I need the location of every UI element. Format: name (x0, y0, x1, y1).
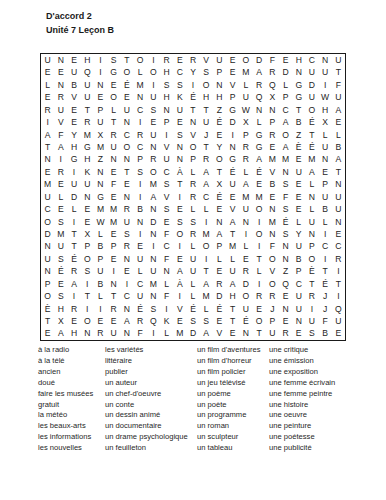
grid-cell: A (41, 129, 54, 141)
grid-cell: U (266, 328, 279, 340)
grid-cell: S (120, 228, 133, 240)
grid-cell: R (120, 203, 133, 215)
grid-cell: E (226, 54, 239, 66)
grid-cell: I (120, 278, 133, 290)
grid-cell: N (279, 253, 292, 265)
grid-cell: N (147, 203, 160, 215)
grid-cell: R (134, 129, 147, 141)
word-bank-item: un documentaire (105, 421, 188, 432)
grid-cell: T (332, 278, 345, 290)
grid-cell: É (213, 191, 226, 203)
grid-cell: A (120, 315, 133, 327)
grid-cell: S (54, 290, 67, 302)
grid-cell: É (186, 303, 199, 315)
grid-cell: I (81, 278, 94, 290)
grid-cell: U (107, 141, 120, 153)
grid-cell: I (200, 253, 213, 265)
grid-cell: N (292, 315, 305, 327)
grid-cell: N (266, 104, 279, 116)
grid-cell: T (120, 54, 133, 66)
grid-cell: E (279, 54, 292, 66)
grid-cell: O (41, 216, 54, 228)
grid-cell: N (160, 265, 173, 277)
grid-cell: N (120, 253, 133, 265)
grid-cell: U (213, 54, 226, 66)
grid-cell: L (41, 79, 54, 91)
grid-cell: U (120, 104, 133, 116)
grid-cell: F (319, 315, 332, 327)
grid-cell: L (134, 66, 147, 78)
grid-cell: J (319, 290, 332, 302)
grid-cell: E (120, 91, 133, 103)
grid-cell: B (94, 278, 107, 290)
grid-cell: C (120, 129, 133, 141)
word-bank-item: à la radio (38, 345, 93, 356)
grid-cell: D (41, 228, 54, 240)
word-bank-item: les informations (38, 432, 93, 443)
grid-cell: H (319, 104, 332, 116)
grid-cell: N (252, 104, 265, 116)
grid-cell: U (160, 153, 173, 165)
grid-cell: R (94, 328, 107, 340)
grid-cell: V (67, 91, 80, 103)
word-bank-item: littéraire (105, 356, 188, 367)
grid-cell: E (160, 216, 173, 228)
grid-cell: A (173, 265, 186, 277)
grid-cell: I (319, 253, 332, 265)
grid-cell: C (160, 241, 173, 253)
grid-cell: T (67, 228, 80, 240)
word-bank-item: un sculpteur (197, 432, 261, 443)
grid-cell: T (226, 315, 239, 327)
grid-cell: S (160, 79, 173, 91)
grid-cell: B (67, 79, 80, 91)
grid-cell: U (81, 79, 94, 91)
grid-cell: P (94, 253, 107, 265)
grid-cell: C (41, 203, 54, 215)
grid-cell: C (134, 104, 147, 116)
grid-cell: Y (292, 228, 305, 240)
grid-cell: I (160, 129, 173, 141)
grid-cell: N (41, 241, 54, 253)
grid-cell: G (252, 141, 265, 153)
grid-cell: M (266, 216, 279, 228)
grid-cell: Z (279, 265, 292, 277)
grid-cell: O (239, 290, 252, 302)
grid-cell: R (252, 79, 265, 91)
word-bank-item: un chef-d'oeuvre (105, 389, 188, 400)
grid-cell: S (173, 216, 186, 228)
grid-cell: R (266, 129, 279, 141)
grid-cell: P (226, 91, 239, 103)
grid-cell: E (292, 203, 305, 215)
word-bank: à la radioà la téléanciendouéfaire les m… (0, 345, 386, 465)
grid-cell: E (54, 178, 67, 190)
grid-cell: N (319, 153, 332, 165)
grid-cell: S (160, 203, 173, 215)
grid-cell: E (94, 315, 107, 327)
grid-cell: A (332, 153, 345, 165)
grid-cell: I (67, 216, 80, 228)
grid-cell: A (305, 166, 318, 178)
grid-cell: N (41, 265, 54, 277)
grid-cell: A (332, 104, 345, 116)
word-bank-item: les nouvelles (38, 443, 93, 454)
grid-cell: A (252, 66, 265, 78)
grid-cell: P (239, 129, 252, 141)
grid-cell: L (54, 191, 67, 203)
grid-cell: N (81, 191, 94, 203)
grid-cell: U (54, 241, 67, 253)
grid-cell: R (186, 191, 199, 203)
grid-cell: G (226, 153, 239, 165)
grid-cell: E (213, 265, 226, 277)
grid-cell: L (186, 203, 199, 215)
grid-cell: R (107, 303, 120, 315)
grid-cell: R (252, 290, 265, 302)
grid-cell: P (213, 241, 226, 253)
grid-cell: U (94, 265, 107, 277)
grid-cell: T (332, 66, 345, 78)
grid-cell: S (186, 315, 199, 327)
grid-cell: U (107, 328, 120, 340)
grid-cell: Y (213, 141, 226, 153)
grid-cell: T (226, 228, 239, 240)
grid-cell: É (54, 265, 67, 277)
grid-cell: T (305, 129, 318, 141)
grid-cell: Q (147, 315, 160, 327)
grid-cell: U (54, 104, 67, 116)
grid-cell: N (120, 191, 133, 203)
grid-cell: I (147, 328, 160, 340)
grid-cell: M (252, 191, 265, 203)
word-bank-item: un auteur (105, 378, 188, 389)
grid-cell: T (81, 290, 94, 302)
grid-cell: U (41, 191, 54, 203)
word-bank-item: un conte (105, 400, 188, 411)
grid-cell: L (213, 253, 226, 265)
grid-cell: U (292, 303, 305, 315)
grid-cell: S (147, 104, 160, 116)
grid-cell: L (252, 265, 265, 277)
grid-cell: E (67, 315, 80, 327)
grid-cell: H (81, 153, 94, 165)
grid-cell: E (107, 166, 120, 178)
grid-cell: G (67, 153, 80, 165)
grid-cell: R (213, 278, 226, 290)
grid-cell: H (200, 91, 213, 103)
grid-cell: P (213, 66, 226, 78)
grid-cell: E (319, 166, 332, 178)
grid-cell: N (147, 290, 160, 302)
grid-cell: P (134, 153, 147, 165)
word-bank-item: un jeu télévisé (197, 378, 261, 389)
grid-cell: À (173, 166, 186, 178)
grid-cell: K (173, 91, 186, 103)
grid-cell: T (319, 265, 332, 277)
grid-cell: I (67, 290, 80, 302)
grid-cell: I (134, 116, 147, 128)
grid-cell: P (266, 315, 279, 327)
grid-cell: I (147, 241, 160, 253)
grid-cell: W (94, 216, 107, 228)
grid-cell: R (239, 141, 252, 153)
grid-cell: O (147, 66, 160, 78)
grid-cell: N (147, 253, 160, 265)
grid-cell: N (94, 178, 107, 190)
grid-cell: N (147, 228, 160, 240)
grid-cell: T (81, 104, 94, 116)
grid-cell: E (120, 265, 133, 277)
word-bank-item: faire les musées (38, 389, 93, 400)
grid-cell: L (94, 290, 107, 302)
grid-cell: I (67, 166, 80, 178)
grid-cell: N (332, 178, 345, 190)
grid-cell: C (200, 191, 213, 203)
grid-cell: N (305, 191, 318, 203)
grid-cell: L (319, 129, 332, 141)
grid-cell: S (173, 79, 186, 91)
grid-cell: V (54, 116, 67, 128)
grid-cell: É (213, 303, 226, 315)
grid-cell: L (305, 203, 318, 215)
grid-cell: J (266, 303, 279, 315)
grid-cell: M (226, 241, 239, 253)
word-bank-column: les variétéslittérairepublierun auteurun… (105, 345, 188, 454)
grid-cell: U (200, 116, 213, 128)
word-bank-item: ancien (38, 367, 93, 378)
grid-cell: L (305, 178, 318, 190)
word-bank-item: à la télé (38, 356, 93, 367)
grid-cell: U (319, 66, 332, 78)
grid-cell: L (200, 303, 213, 315)
grid-cell: O (120, 141, 133, 153)
grid-cell: E (226, 66, 239, 78)
grid-cell: R (239, 265, 252, 277)
grid-cell: U (319, 141, 332, 153)
grid-cell: A (252, 153, 265, 165)
grid-cell: O (305, 253, 318, 265)
grid-cell: O (266, 278, 279, 290)
grid-cell: O (213, 153, 226, 165)
grid-cell: X (213, 178, 226, 190)
grid-cell: N (134, 216, 147, 228)
grid-cell: I (252, 278, 265, 290)
grid-cell: Q (81, 66, 94, 78)
grid-cell: H (213, 91, 226, 103)
grid-cell: B (94, 241, 107, 253)
grid-cell: C (134, 278, 147, 290)
grid-cell: I (54, 153, 67, 165)
grid-cell: M (94, 141, 107, 153)
word-bank-item: les beaux-arts (38, 421, 93, 432)
grid-cell: P (81, 241, 94, 253)
word-bank-item: une oeuvre (269, 410, 335, 421)
grid-cell: M (279, 153, 292, 165)
grid-cell: I (239, 228, 252, 240)
grid-cell: È (41, 303, 54, 315)
grid-cell: A (54, 141, 67, 153)
grid-cell: C (120, 290, 133, 302)
grid-cell: T (213, 166, 226, 178)
grid-cell: È (292, 141, 305, 153)
grid-cell: F (279, 191, 292, 203)
grid-cell: N (107, 153, 120, 165)
grid-cell: Z (94, 153, 107, 165)
grid-cell: R (266, 66, 279, 78)
grid-cell: N (213, 79, 226, 91)
grid-cell: S (279, 203, 292, 215)
grid-cell: T (292, 104, 305, 116)
grid-cell: C (134, 141, 147, 153)
grid-cell: R (160, 54, 173, 66)
grid-cell: N (173, 153, 186, 165)
grid-cell: V (186, 129, 199, 141)
grid-cell: L (186, 241, 199, 253)
grid-cell: Q (266, 79, 279, 91)
grid-cell: U (81, 178, 94, 190)
grid-cell: S (81, 265, 94, 277)
grid-cell: N (319, 54, 332, 66)
grid-cell: U (41, 54, 54, 66)
grid-cell: B (266, 178, 279, 190)
grid-cell: N (279, 166, 292, 178)
grid-cell: O (239, 54, 252, 66)
grid-cell: P (266, 116, 279, 128)
grid-cell: T (41, 315, 54, 327)
grid-cell: B (292, 116, 305, 128)
grid-cell: I (94, 303, 107, 315)
grid-cell: O (186, 141, 199, 153)
grid-cell: X (54, 315, 67, 327)
grid-cell: I (319, 79, 332, 91)
grid-cell: A (147, 191, 160, 203)
grid-cell: T (305, 278, 318, 290)
grid-cell: B (319, 328, 332, 340)
grid-cell: N (266, 228, 279, 240)
grid-cell: O (252, 228, 265, 240)
grid-cell: E (332, 228, 345, 240)
grid-cell: U (332, 315, 345, 327)
grid-cell: U (186, 265, 199, 277)
grid-cell: N (186, 116, 199, 128)
grid-cell: U (332, 91, 345, 103)
grid-cell: R (67, 265, 80, 277)
grid-cell: S (134, 166, 147, 178)
grid-cell: É (120, 79, 133, 91)
grid-cell: U (134, 253, 147, 265)
grid-cell: R (239, 153, 252, 165)
grid-cell: H (226, 290, 239, 302)
grid-cell: E (279, 290, 292, 302)
grid-cell: A (226, 216, 239, 228)
grid-cell: É (186, 91, 199, 103)
grid-cell: U (147, 91, 160, 103)
grid-cell: I (134, 228, 147, 240)
grid-cell: R (134, 315, 147, 327)
grid-cell: N (305, 228, 318, 240)
grid-cell: P (305, 241, 318, 253)
grid-cell: R (186, 54, 199, 66)
grid-cell: E (226, 328, 239, 340)
grid-cell: C (279, 104, 292, 116)
grid-cell: É (226, 166, 239, 178)
grid-cell: E (107, 79, 120, 91)
word-bank-item: une peinture (269, 421, 335, 432)
grid-cell: P (186, 153, 199, 165)
grid-cell: U (226, 265, 239, 277)
grid-cell: O (200, 79, 213, 91)
grid-cell: L (239, 166, 252, 178)
grid-cell: I (173, 290, 186, 302)
grid-cell: A (54, 328, 67, 340)
grid-cell: M (107, 203, 120, 215)
grid-cell: N (94, 79, 107, 91)
grid-cell: N (134, 91, 147, 103)
grid-cell: E (213, 315, 226, 327)
grid-cell: S (200, 315, 213, 327)
word-bank-item: un film d'aventures (197, 345, 261, 356)
grid-cell: G (81, 141, 94, 153)
grid-cell: O (200, 241, 213, 253)
grid-cell: D (147, 216, 160, 228)
grid-cell: E (81, 216, 94, 228)
word-bank-item: doué (38, 378, 93, 389)
grid-cell: T (226, 303, 239, 315)
grid-cell: H (54, 303, 67, 315)
grid-cell: D (252, 54, 265, 66)
grid-cell: I (332, 265, 345, 277)
grid-cell: E (279, 315, 292, 327)
grid-cell: I (173, 241, 186, 253)
grid-cell: C (319, 241, 332, 253)
grid-cell: D (279, 66, 292, 78)
grid-cell: B (292, 253, 305, 265)
grid-cell: I (173, 191, 186, 203)
grid-cell: E (173, 315, 186, 327)
grid-cell: T (120, 166, 133, 178)
grid-cell: O (147, 166, 160, 178)
word-bank-item: un programme (197, 410, 261, 421)
grid-cell: U (305, 91, 318, 103)
grid-cell: S (186, 216, 199, 228)
grid-cell: E (134, 241, 147, 253)
grid-cell: S (279, 228, 292, 240)
grid-cell: P (41, 278, 54, 290)
grid-cell: F (160, 290, 173, 302)
grid-cell: L (94, 228, 107, 240)
grid-cell: O (305, 104, 318, 116)
grid-cell: U (41, 253, 54, 265)
grid-cell: E (332, 328, 345, 340)
grid-cell: X (319, 116, 332, 128)
grid-cell: U (147, 265, 160, 277)
grid-cell: N (279, 303, 292, 315)
grid-cell: D (305, 79, 318, 91)
grid-cell: L (332, 129, 345, 141)
grid-cell: U (332, 54, 345, 66)
grid-cell: E (54, 66, 67, 78)
word-bank-item: un dessin animé (105, 410, 188, 421)
grid-cell: T (107, 116, 120, 128)
grid-cell: F (160, 253, 173, 265)
grid-cell: I (41, 116, 54, 128)
grid-cell: U (239, 303, 252, 315)
grid-cell: S (147, 303, 160, 315)
grid-cell: X (266, 91, 279, 103)
grid-cell: X (81, 228, 94, 240)
grid-cell: O (134, 54, 147, 66)
